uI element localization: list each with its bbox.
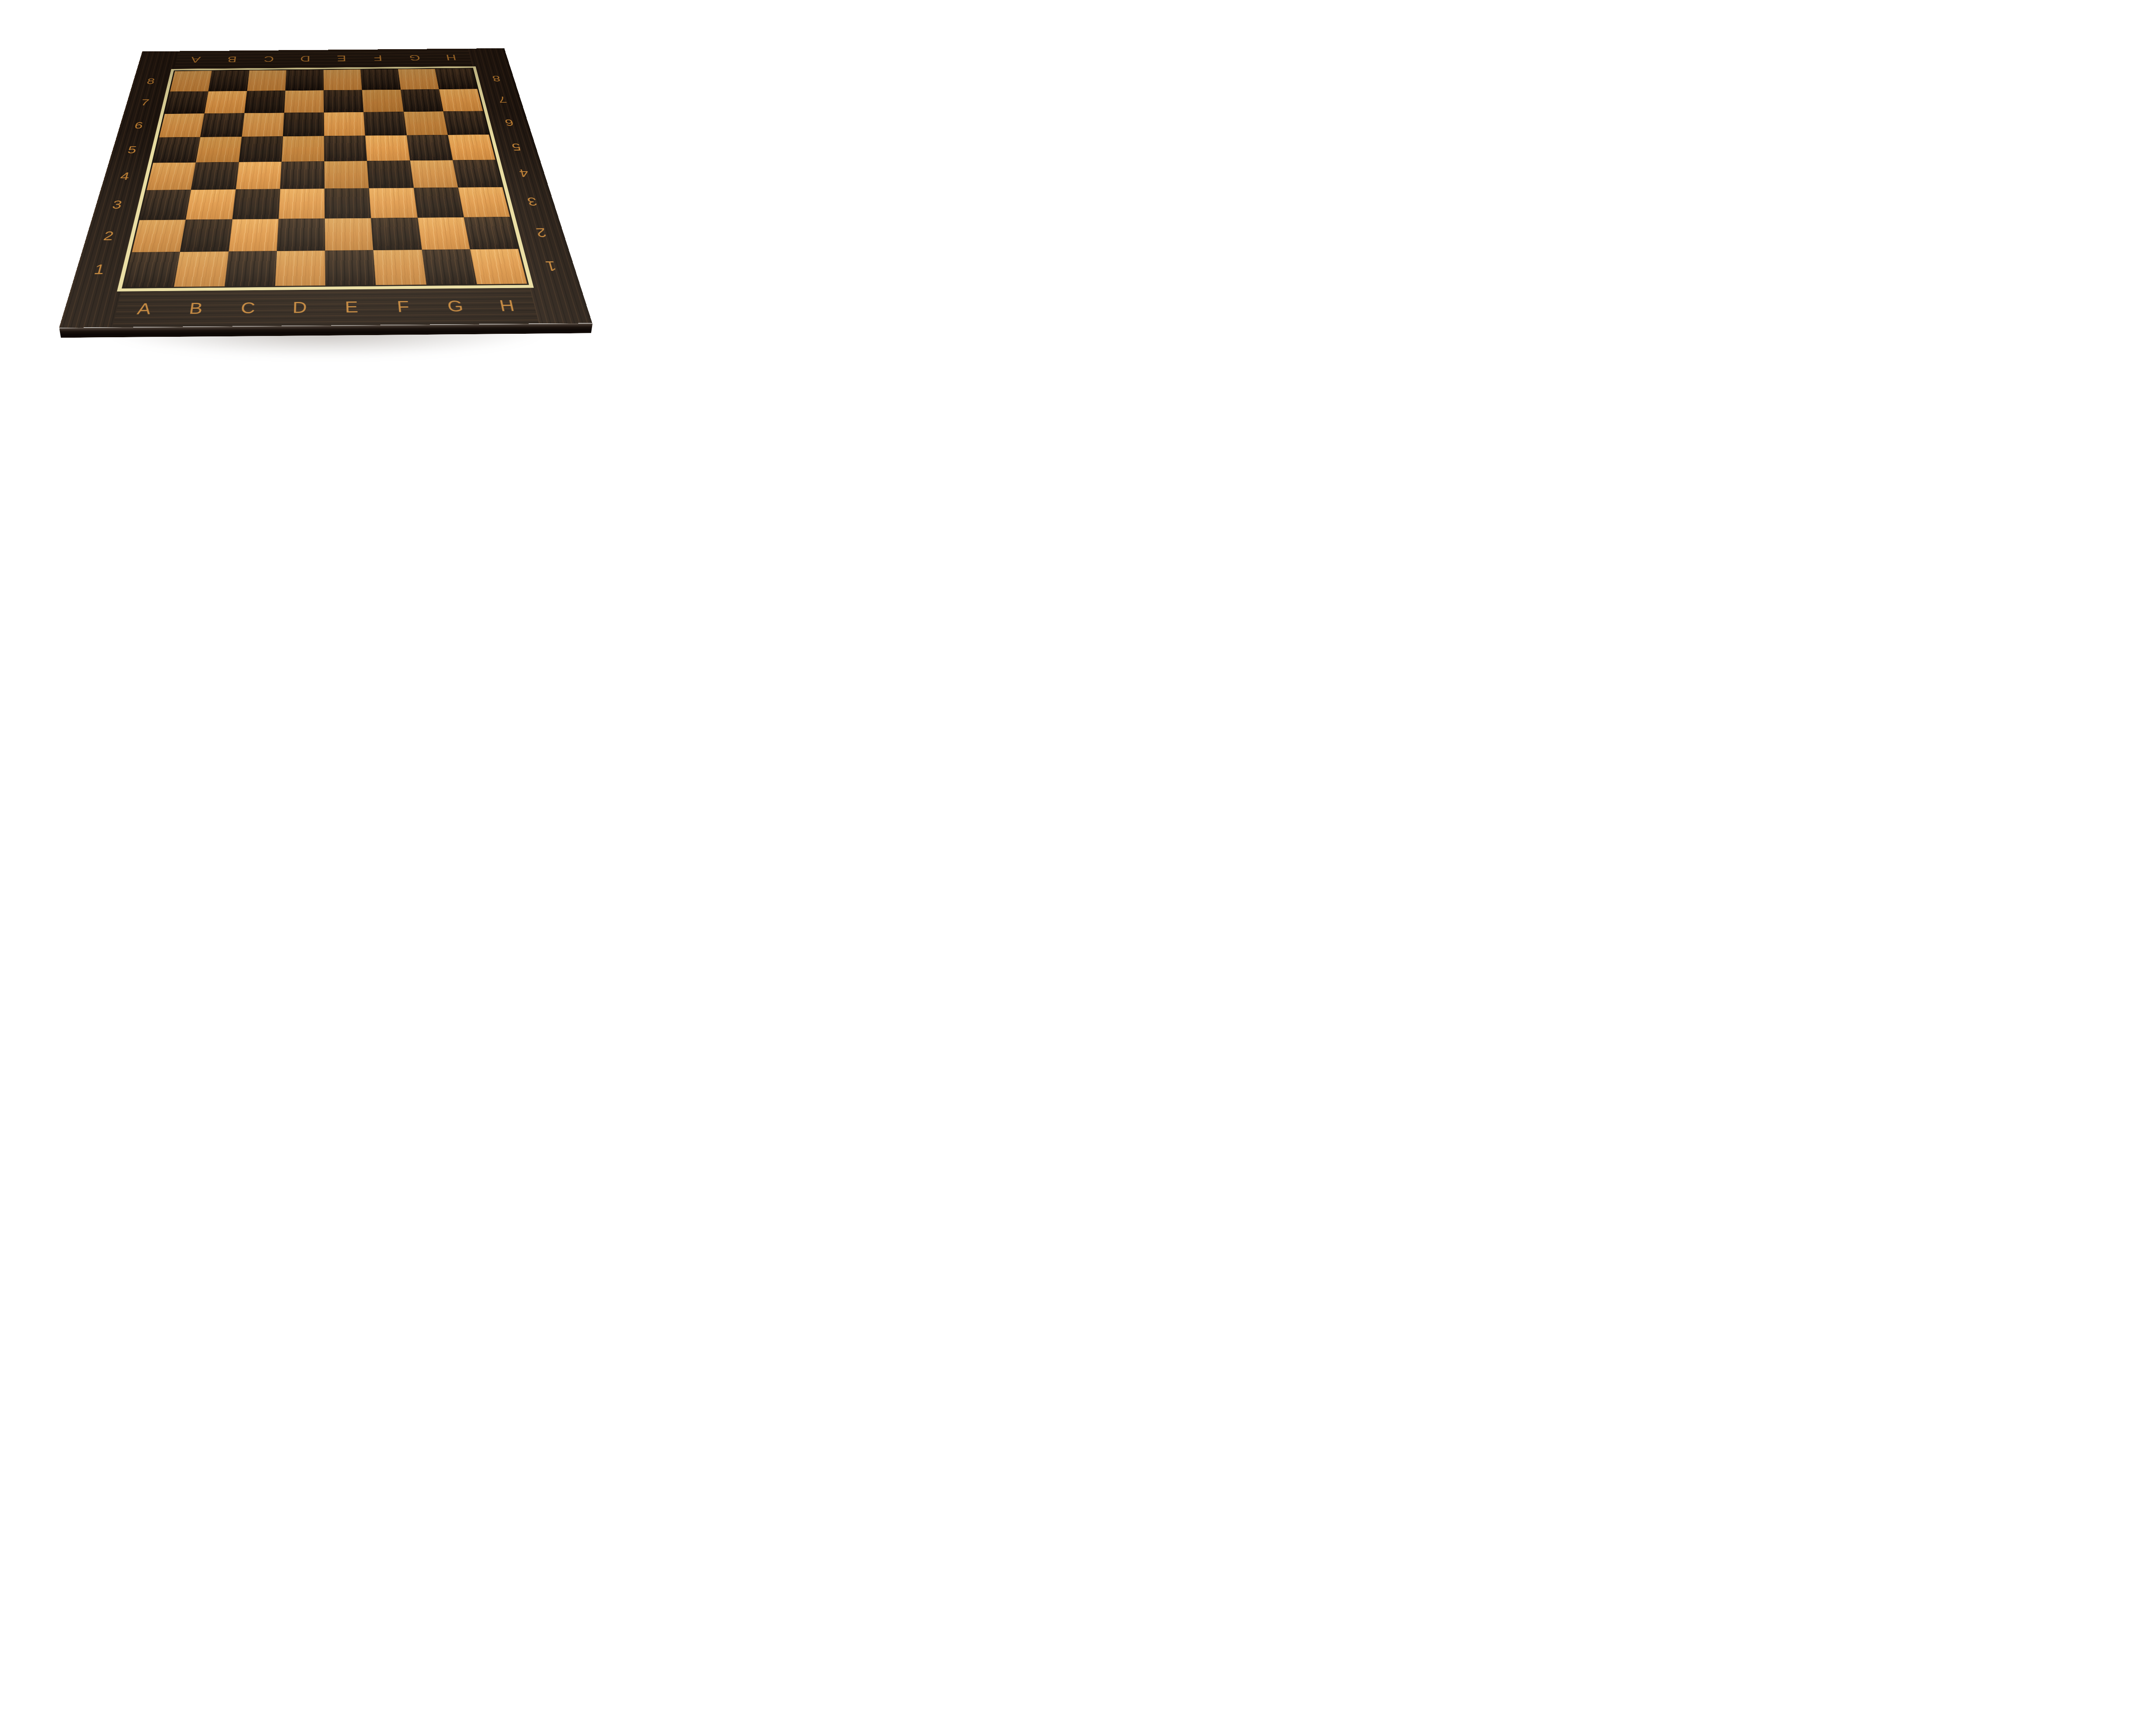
square-e2 <box>325 218 373 251</box>
square-h8 <box>435 69 477 89</box>
square-g3 <box>414 188 464 218</box>
square-d2 <box>277 218 325 251</box>
square-d4 <box>280 161 324 189</box>
square-g4 <box>410 160 458 188</box>
square-d3 <box>279 189 325 219</box>
square-g1 <box>422 249 477 285</box>
square-f3 <box>369 188 417 218</box>
square-f8 <box>360 69 400 90</box>
square-b5 <box>196 137 241 163</box>
square-a8 <box>170 71 212 91</box>
chessboard-photo: ABCDEFGH ABCDEFGH 87654321 87654321 <box>0 0 647 431</box>
square-g6 <box>403 111 448 135</box>
square-b3 <box>186 189 235 220</box>
square-c7 <box>244 91 285 113</box>
square-c1 <box>224 251 276 286</box>
square-f5 <box>365 135 410 161</box>
square-b2 <box>180 219 232 252</box>
square-a3 <box>140 190 191 220</box>
square-e3 <box>325 188 371 219</box>
square-e5 <box>324 135 367 161</box>
square-g8 <box>398 69 439 90</box>
square-h7 <box>439 89 483 111</box>
square-c6 <box>241 113 284 137</box>
square-a4 <box>147 163 196 191</box>
square-f2 <box>371 217 422 250</box>
board-wrap: ABCDEFGH ABCDEFGH 87654321 87654321 <box>0 0 647 431</box>
square-e7 <box>324 90 364 113</box>
board-top-face: ABCDEFGH ABCDEFGH 87654321 87654321 <box>59 48 592 328</box>
square-f4 <box>367 160 414 188</box>
square-a5 <box>153 137 201 163</box>
square-f1 <box>373 250 426 285</box>
square-g7 <box>401 89 443 112</box>
square-h1 <box>470 249 527 284</box>
square-g5 <box>407 135 453 161</box>
square-a2 <box>132 220 186 252</box>
square-g2 <box>417 217 470 249</box>
square-d1 <box>275 251 325 286</box>
square-e1 <box>325 250 376 285</box>
square-c3 <box>232 189 280 219</box>
square-d8 <box>285 70 323 91</box>
square-a7 <box>165 91 208 114</box>
square-f7 <box>362 90 404 112</box>
square-c2 <box>229 219 279 251</box>
square-b1 <box>174 251 228 287</box>
square-b7 <box>204 91 247 113</box>
square-d6 <box>283 112 324 136</box>
square-d7 <box>284 90 324 113</box>
square-h6 <box>443 111 489 135</box>
square-c4 <box>235 162 282 189</box>
square-e4 <box>324 161 369 188</box>
square-a6 <box>159 113 204 138</box>
playing-area <box>123 69 527 287</box>
square-c5 <box>239 136 283 162</box>
square-a1 <box>123 252 180 287</box>
square-e6 <box>324 112 365 136</box>
square-h3 <box>458 187 510 217</box>
square-c8 <box>247 70 286 91</box>
square-d5 <box>282 136 324 162</box>
square-e8 <box>323 69 362 90</box>
square-h5 <box>448 135 495 160</box>
square-b6 <box>201 113 244 137</box>
square-h2 <box>464 216 518 249</box>
square-b4 <box>191 162 238 190</box>
photo-scaler: ABCDEFGH ABCDEFGH 87654321 87654321 <box>0 0 647 431</box>
square-h4 <box>453 160 502 188</box>
square-b8 <box>208 70 249 91</box>
square-f6 <box>364 112 406 135</box>
